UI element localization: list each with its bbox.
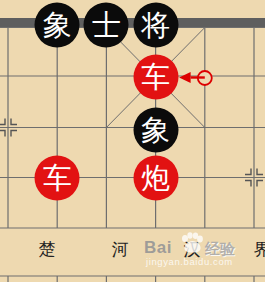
piece-black-advisor[interactable]: 士 [84, 3, 129, 48]
piece-red-chariot[interactable]: 车 [35, 156, 80, 201]
piece-red-cannon[interactable]: 炮 [133, 156, 178, 201]
pieces-layer: 象士将车象车炮 [0, 0, 265, 282]
piece-black-elephant[interactable]: 象 [35, 3, 80, 48]
xiangqi-board[interactable]: 楚河汉界 象士将车象车炮 Bai 经验 jingyan.baidu.com [0, 0, 265, 282]
piece-red-chariot[interactable]: 车 [133, 55, 178, 100]
piece-black-elephant[interactable]: 象 [133, 108, 178, 153]
piece-black-general[interactable]: 将 [133, 3, 178, 48]
